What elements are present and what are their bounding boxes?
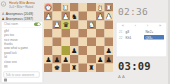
square[interactable] — [44, 20, 53, 29]
square[interactable] — [79, 3, 88, 12]
white-piece: ♚ — [45, 4, 51, 11]
square[interactable]: ♟ — [44, 12, 53, 21]
white-piece: ♞ — [88, 21, 94, 28]
square[interactable] — [87, 12, 96, 21]
sidebar: ‹ Hourly Blitz Arena 3+0 • Blitz • Rated… — [1, 1, 43, 83]
square[interactable] — [70, 20, 79, 29]
square[interactable] — [104, 63, 113, 72]
move-nav-button[interactable]: ‹ — [135, 23, 136, 29]
square[interactable] — [87, 46, 96, 55]
square[interactable] — [87, 3, 96, 12]
square[interactable] — [53, 38, 62, 47]
back-icon[interactable]: ‹ — [1, 2, 6, 7]
square[interactable] — [70, 55, 79, 64]
square[interactable]: ♞ — [87, 20, 96, 29]
players-list: ♙Anonymous (2049)♟Anonymous (1987) — [2, 12, 43, 21]
square[interactable]: ♟ — [104, 55, 113, 64]
square[interactable] — [61, 38, 70, 47]
square[interactable] — [87, 55, 96, 64]
player-name: Anonymous (2049) — [6, 12, 33, 16]
move-list: 21g3Ne2+22Kh1Qf3+ — [118, 29, 167, 40]
black-piece: ♞ — [71, 12, 77, 19]
square[interactable] — [96, 20, 105, 29]
square[interactable] — [104, 38, 113, 47]
square[interactable] — [79, 12, 88, 21]
move-row: 22Kh1Qf3+ — [118, 35, 167, 41]
square[interactable] — [53, 3, 62, 12]
square[interactable]: ♟ — [61, 12, 70, 21]
move-white[interactable]: g3 — [124, 30, 144, 35]
square[interactable] — [44, 29, 53, 38]
white-piece: ♟ — [62, 12, 68, 19]
square[interactable] — [70, 38, 79, 47]
chess-board[interactable]: ♚♜♝♜♟♟♞♟♟♟♛♞♟♟♟♟♟♟♟♚♜♜ — [44, 3, 113, 72]
square[interactable] — [53, 12, 62, 21]
white-piece: ♜ — [62, 4, 68, 11]
square[interactable] — [79, 20, 88, 29]
square[interactable]: ♟ — [61, 55, 70, 64]
move-black[interactable]: Qf3+ — [144, 35, 164, 40]
square[interactable]: ♚ — [44, 3, 53, 12]
square[interactable] — [79, 38, 88, 47]
square[interactable]: ♟ — [70, 46, 79, 55]
chat-title: Chat room — [4, 23, 18, 26]
player-color-icon: ♟ — [2, 17, 5, 21]
square[interactable] — [70, 29, 79, 38]
black-piece: ♟ — [106, 47, 112, 54]
captured-material: ♙♙ — [118, 74, 126, 79]
white-piece: ♟ — [45, 12, 51, 19]
square[interactable]: ♚ — [53, 63, 62, 72]
chat-message: gg — [4, 64, 41, 68]
square[interactable] — [61, 46, 70, 55]
chat-input[interactable] — [4, 72, 40, 78]
square[interactable] — [96, 63, 105, 72]
move-row: 21g3Ne2+ — [118, 29, 167, 35]
move-nav-button[interactable]: « — [122, 23, 124, 29]
black-piece: ♛ — [62, 21, 68, 28]
square[interactable] — [104, 29, 113, 38]
square[interactable]: ♟ — [44, 55, 53, 64]
white-piece: ♟ — [97, 12, 103, 19]
square[interactable] — [61, 29, 70, 38]
player-name: Anonymous (1987) — [6, 17, 33, 21]
chat-messages: glhfyou toonice movethankswow what a gam… — [4, 29, 41, 69]
chat-header: Chat room — [2, 22, 43, 28]
chat-panel: Chat room glhfyou toonice movethankswow … — [1, 21, 43, 83]
black-piece: ♜ — [88, 64, 94, 71]
move-nav: «‹›» — [117, 23, 167, 29]
white-piece: ♟ — [106, 12, 112, 19]
black-piece: ♟ — [45, 56, 51, 63]
player-row[interactable]: ♟Anonymous (1987) — [2, 16, 43, 21]
square[interactable] — [96, 46, 105, 55]
square[interactable] — [87, 38, 96, 47]
black-piece: ♚ — [54, 64, 60, 71]
black-piece: ♟ — [71, 47, 77, 54]
square[interactable] — [79, 63, 88, 72]
square[interactable] — [104, 20, 113, 29]
white-piece: ♟ — [54, 21, 60, 28]
square[interactable]: ♜ — [61, 3, 70, 12]
black-piece: ♟ — [97, 56, 103, 63]
black-piece: ♟ — [54, 56, 60, 63]
move-white[interactable]: Kh1 — [124, 35, 144, 40]
black-piece: ♟ — [106, 56, 112, 63]
square[interactable]: ♟ — [53, 20, 62, 29]
square[interactable] — [79, 46, 88, 55]
clock-top: 02:36 — [118, 6, 148, 17]
square[interactable] — [44, 63, 53, 72]
square[interactable]: ♟ — [104, 12, 113, 21]
square[interactable]: ♝ — [96, 3, 105, 12]
square[interactable] — [87, 29, 96, 38]
page-scrollbar[interactable] — [168, 0, 170, 84]
square[interactable] — [53, 29, 62, 38]
clock-bottom: 03:09 — [118, 60, 151, 72]
square[interactable]: ♛ — [61, 20, 70, 29]
square[interactable]: ♟ — [96, 55, 105, 64]
black-piece: ♟ — [62, 56, 68, 63]
square[interactable] — [44, 38, 53, 47]
white-piece: ♝ — [97, 4, 103, 11]
square[interactable] — [53, 46, 62, 55]
black-piece: ♜ — [71, 64, 77, 71]
square[interactable]: ♟ — [104, 46, 113, 55]
move-nav-button[interactable]: » — [159, 23, 161, 29]
square[interactable]: ♟ — [53, 55, 62, 64]
square[interactable] — [96, 38, 105, 47]
square[interactable] — [61, 63, 70, 72]
page: ‹ Hourly Blitz Arena 3+0 • Blitz • Rated… — [0, 0, 170, 84]
square[interactable] — [96, 29, 105, 38]
white-piece: ♜ — [106, 4, 112, 11]
game-meta: 3+0 • Blitz • Rated — [9, 5, 42, 8]
move-nav-button[interactable]: › — [147, 23, 148, 29]
square[interactable] — [44, 46, 53, 55]
square[interactable]: ♜ — [70, 63, 79, 72]
chat-settings-icon[interactable] — [4, 79, 7, 82]
square[interactable] — [70, 3, 79, 12]
chat-toggle-knob — [38, 23, 41, 26]
square[interactable]: ♟ — [96, 12, 105, 21]
square[interactable] — [79, 55, 88, 64]
event-link[interactable]: Hourly Blitz Arena — [9, 1, 42, 5]
move-black[interactable]: Ne2+ — [144, 30, 164, 35]
chat-toggle[interactable] — [34, 23, 41, 27]
right-panel: 02:36 «‹›» 21g3Ne2+22Kh1Qf3+ 03:09 ♙♙ — [116, 0, 167, 84]
moves-panel: «‹›» 21g3Ne2+22Kh1Qf3+ — [116, 22, 167, 57]
square[interactable]: ♜ — [104, 3, 113, 12]
square[interactable]: ♞ — [70, 12, 79, 21]
square[interactable]: ♜ — [87, 63, 96, 72]
square[interactable] — [79, 29, 88, 38]
